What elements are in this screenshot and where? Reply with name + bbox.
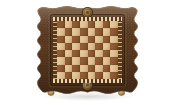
- square-a5: [57, 43, 65, 50]
- square-d8: [80, 21, 88, 28]
- square-b5: [65, 43, 73, 50]
- square-f6: [95, 36, 103, 43]
- square-e8: [88, 21, 96, 28]
- square-h8: [110, 21, 118, 28]
- inlay-border-right: [118, 21, 122, 79]
- square-g6: [103, 36, 111, 43]
- square-h5: [110, 43, 118, 50]
- square-a7: [57, 28, 65, 35]
- square-d4: [80, 50, 88, 57]
- square-d6: [80, 36, 88, 43]
- square-f5: [95, 43, 103, 50]
- square-c2: [72, 65, 80, 72]
- product-photo: [0, 0, 175, 105]
- square-g7: [103, 28, 111, 35]
- square-h4: [110, 50, 118, 57]
- square-d7: [80, 28, 88, 35]
- square-b6: [65, 36, 73, 43]
- square-g8: [103, 21, 111, 28]
- square-c3: [72, 57, 80, 64]
- inlay-border-bottom: [53, 79, 122, 83]
- square-h7: [110, 28, 118, 35]
- square-e7: [88, 28, 96, 35]
- square-e6: [88, 36, 96, 43]
- square-h6: [110, 36, 118, 43]
- square-a8: [57, 21, 65, 28]
- square-b7: [65, 28, 73, 35]
- square-a2: [57, 65, 65, 72]
- square-b1: [65, 72, 73, 79]
- square-b8: [65, 21, 73, 28]
- square-f4: [95, 50, 103, 57]
- square-e2: [88, 65, 96, 72]
- square-f1: [95, 72, 103, 79]
- square-d5: [80, 43, 88, 50]
- chessboard: [57, 21, 118, 79]
- square-c7: [72, 28, 80, 35]
- square-g1: [103, 72, 111, 79]
- square-f8: [95, 21, 103, 28]
- square-d3: [80, 57, 88, 64]
- square-b2: [65, 65, 73, 72]
- square-a1: [57, 72, 65, 79]
- square-h3: [110, 57, 118, 64]
- square-b3: [65, 57, 73, 64]
- square-c6: [72, 36, 80, 43]
- square-d1: [80, 72, 88, 79]
- square-g4: [103, 50, 111, 57]
- square-e3: [88, 57, 96, 64]
- square-f7: [95, 28, 103, 35]
- chess-board-assembly: [35, 4, 140, 96]
- square-c4: [72, 50, 80, 57]
- square-d2: [80, 65, 88, 72]
- square-g5: [103, 43, 111, 50]
- square-a4: [57, 50, 65, 57]
- square-e4: [88, 50, 96, 57]
- square-a3: [57, 57, 65, 64]
- square-c8: [72, 21, 80, 28]
- square-c5: [72, 43, 80, 50]
- square-e1: [88, 72, 96, 79]
- square-h1: [110, 72, 118, 79]
- square-g2: [103, 65, 111, 72]
- square-e5: [88, 43, 96, 50]
- square-g3: [103, 57, 111, 64]
- square-f2: [95, 65, 103, 72]
- square-f3: [95, 57, 103, 64]
- square-h2: [110, 65, 118, 72]
- square-a6: [57, 36, 65, 43]
- inlay-border: [53, 17, 122, 83]
- square-c1: [72, 72, 80, 79]
- square-b4: [65, 50, 73, 57]
